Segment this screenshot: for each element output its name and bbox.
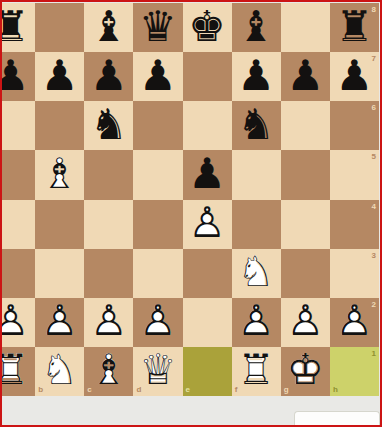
bottom-right-panel-cutoff xyxy=(294,411,380,425)
square-e3[interactable] xyxy=(183,249,232,298)
black-pawn[interactable]: ♟ xyxy=(232,52,281,101)
square-b6[interactable] xyxy=(35,101,84,150)
square-d5[interactable] xyxy=(133,150,182,199)
black-pawn[interactable]: ♟ xyxy=(330,52,379,101)
square-e7[interactable] xyxy=(183,52,232,101)
white-king[interactable]: ♚♔ xyxy=(281,347,330,396)
square-e5[interactable]: ♟ xyxy=(183,150,232,199)
square-e4[interactable]: ♟♙ xyxy=(183,200,232,249)
square-h6[interactable]: 6 xyxy=(330,101,379,150)
black-pawn[interactable]: ♟ xyxy=(0,52,35,101)
square-a1[interactable]: a♜♖ xyxy=(0,347,35,396)
square-f3[interactable]: ♞♘ xyxy=(232,249,281,298)
white-pawn[interactable]: ♟♙ xyxy=(84,298,133,347)
black-bishop[interactable]: ♝ xyxy=(232,3,281,52)
white-pawn[interactable]: ♟♙ xyxy=(281,298,330,347)
square-d1[interactable]: d♛♕ xyxy=(133,347,182,396)
rank-label-6: 6 xyxy=(372,104,376,112)
square-f7[interactable]: ♟ xyxy=(232,52,281,101)
black-queen[interactable]: ♛ xyxy=(133,3,182,52)
white-queen[interactable]: ♛♕ xyxy=(133,347,182,396)
square-c5[interactable] xyxy=(84,150,133,199)
square-b7[interactable]: ♟ xyxy=(35,52,84,101)
black-knight[interactable]: ♞ xyxy=(232,101,281,150)
square-c4[interactable] xyxy=(84,200,133,249)
white-pawn[interactable]: ♟♙ xyxy=(133,298,182,347)
square-d6[interactable] xyxy=(133,101,182,150)
square-g6[interactable] xyxy=(281,101,330,150)
square-g3[interactable] xyxy=(281,249,330,298)
white-pawn[interactable]: ♟♙ xyxy=(35,298,84,347)
square-d4[interactable] xyxy=(133,200,182,249)
square-e6[interactable] xyxy=(183,101,232,150)
rank-label-5: 5 xyxy=(372,153,376,161)
white-rook[interactable]: ♜♖ xyxy=(0,347,35,396)
square-b1[interactable]: b♞♘ xyxy=(35,347,84,396)
white-knight[interactable]: ♞♘ xyxy=(232,249,281,298)
black-rook[interactable]: ♜ xyxy=(330,3,379,52)
square-a2[interactable]: ♟♙ xyxy=(0,298,35,347)
square-d7[interactable]: ♟ xyxy=(133,52,182,101)
white-bishop[interactable]: ♝♗ xyxy=(35,150,84,199)
square-b4[interactable] xyxy=(35,200,84,249)
square-b5[interactable]: ♝♗ xyxy=(35,150,84,199)
black-rook[interactable]: ♜ xyxy=(0,3,35,52)
screenshot-frame: ♜♝♛♚♝8♜♟♟♟♟♟♟7♟♞♞6♝♗♟5♟♙4♞♘3♟♙♟♙♟♙♟♙♟♙♟♙… xyxy=(0,0,382,427)
square-g5[interactable] xyxy=(281,150,330,199)
square-a8[interactable]: ♜ xyxy=(0,3,35,52)
black-pawn[interactable]: ♟ xyxy=(133,52,182,101)
file-label-e: e xyxy=(186,386,190,394)
rank-label-1: 1 xyxy=(372,350,376,358)
square-h1[interactable]: 1h xyxy=(330,347,379,396)
square-c1[interactable]: c♝♗ xyxy=(84,347,133,396)
black-king[interactable]: ♚ xyxy=(183,3,232,52)
white-knight[interactable]: ♞♘ xyxy=(35,347,84,396)
square-f1[interactable]: f♜♖ xyxy=(232,347,281,396)
square-f6[interactable]: ♞ xyxy=(232,101,281,150)
white-pawn[interactable]: ♟♙ xyxy=(232,298,281,347)
black-knight[interactable]: ♞ xyxy=(84,101,133,150)
black-pawn[interactable]: ♟ xyxy=(84,52,133,101)
black-pawn[interactable]: ♟ xyxy=(281,52,330,101)
white-pawn[interactable]: ♟♙ xyxy=(0,298,35,347)
square-c8[interactable]: ♝ xyxy=(84,3,133,52)
square-c3[interactable] xyxy=(84,249,133,298)
square-h5[interactable]: 5 xyxy=(330,150,379,199)
square-c2[interactable]: ♟♙ xyxy=(84,298,133,347)
square-b8[interactable] xyxy=(35,3,84,52)
black-pawn[interactable]: ♟ xyxy=(35,52,84,101)
square-c6[interactable]: ♞ xyxy=(84,101,133,150)
square-h3[interactable]: 3 xyxy=(330,249,379,298)
square-g4[interactable] xyxy=(281,200,330,249)
square-e1[interactable]: e xyxy=(183,347,232,396)
square-d8[interactable]: ♛ xyxy=(133,3,182,52)
square-g7[interactable]: ♟ xyxy=(281,52,330,101)
square-a5[interactable] xyxy=(0,150,35,199)
square-b3[interactable] xyxy=(35,249,84,298)
square-h2[interactable]: 2♟♙ xyxy=(330,298,379,347)
square-a3[interactable] xyxy=(0,249,35,298)
white-bishop[interactable]: ♝♗ xyxy=(84,347,133,396)
white-pawn[interactable]: ♟♙ xyxy=(330,298,379,347)
rank-label-3: 3 xyxy=(372,252,376,260)
rank-label-4: 4 xyxy=(372,203,376,211)
square-g2[interactable]: ♟♙ xyxy=(281,298,330,347)
square-h7[interactable]: 7♟ xyxy=(330,52,379,101)
square-e8[interactable]: ♚ xyxy=(183,3,232,52)
square-d2[interactable]: ♟♙ xyxy=(133,298,182,347)
square-a7[interactable]: ♟ xyxy=(0,52,35,101)
square-e2[interactable] xyxy=(183,298,232,347)
square-h4[interactable]: 4 xyxy=(330,200,379,249)
square-d3[interactable] xyxy=(133,249,182,298)
square-h8[interactable]: 8♜ xyxy=(330,3,379,52)
square-c7[interactable]: ♟ xyxy=(84,52,133,101)
square-f4[interactable] xyxy=(232,200,281,249)
black-pawn[interactable]: ♟ xyxy=(183,150,232,199)
white-rook[interactable]: ♜♖ xyxy=(232,347,281,396)
square-f8[interactable]: ♝ xyxy=(232,3,281,52)
black-bishop[interactable]: ♝ xyxy=(84,3,133,52)
chess-board[interactable]: ♜♝♛♚♝8♜♟♟♟♟♟♟7♟♞♞6♝♗♟5♟♙4♞♘3♟♙♟♙♟♙♟♙♟♙♟♙… xyxy=(0,3,379,396)
square-a6[interactable] xyxy=(0,101,35,150)
square-a4[interactable] xyxy=(0,200,35,249)
white-pawn[interactable]: ♟♙ xyxy=(183,200,232,249)
square-f5[interactable] xyxy=(232,150,281,199)
square-g8[interactable] xyxy=(281,3,330,52)
square-g1[interactable]: g♚♔ xyxy=(281,347,330,396)
square-b2[interactable]: ♟♙ xyxy=(35,298,84,347)
square-f2[interactable]: ♟♙ xyxy=(232,298,281,347)
file-label-h: h xyxy=(333,386,338,394)
